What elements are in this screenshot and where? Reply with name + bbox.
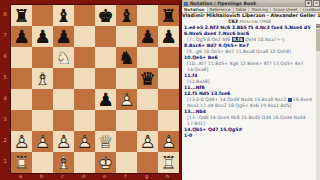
rank-label-5: 5: [1, 67, 9, 88]
white-rook: ♜♖: [158, 152, 179, 173]
board-frame: ♜♝♚♝♜♟♟♟♟♟♞♘♞♝♗♛♟♟♙♟♙♟♙♟♙♟♙♛♕♟♙♟♙♜♖♝♗♚♔♜…: [0, 0, 181, 180]
square-d8[interactable]: [74, 5, 95, 26]
square-b5[interactable]: ♝♗: [32, 68, 53, 89]
file-label-h: h: [157, 173, 178, 180]
square-f1[interactable]: [116, 152, 137, 173]
square-c8[interactable]: ♝: [53, 5, 74, 26]
move-list[interactable]: 1.e4 e5 2.Nf3 Nc6 3.Bb5 f5 4.Nc3 fxe4 5.…: [184, 25, 314, 139]
square-c5[interactable]: [53, 68, 74, 89]
main-moves[interactable]: 12.f5 Nd5 13.fxe6: [184, 91, 230, 96]
file-label-f: f: [115, 173, 136, 180]
black-knight: ♞: [116, 47, 137, 68]
square-b1[interactable]: [32, 152, 53, 173]
square-a5[interactable]: [11, 68, 32, 89]
variation-line: [13.0-0 Qd4+ 14.Qxd4 Nxd4 15.Bxa8 Nxc2 1…: [184, 97, 314, 109]
tab-score-sheet[interactable]: Score sheet: [271, 7, 301, 12]
square-h5[interactable]: [158, 68, 179, 89]
tab-training[interactable]: Training: [249, 7, 271, 12]
square-c1[interactable]: ♝♗: [53, 152, 74, 173]
square-a3[interactable]: [11, 110, 32, 131]
black-pawn: ♟: [95, 89, 116, 110]
square-b4[interactable]: [32, 89, 53, 110]
square-d7[interactable]: [74, 26, 95, 47]
rank-label-3: 3: [1, 109, 9, 130]
game-header: Vladimir Mikhailovich Liberzon - Alexand…: [182, 13, 317, 24]
square-c4[interactable]: [53, 89, 74, 110]
white-rook: ♜♖: [11, 152, 32, 173]
square-e4[interactable]: ♟: [95, 89, 116, 110]
square-f2[interactable]: [116, 131, 137, 152]
square-g5[interactable]: ♛: [137, 68, 158, 89]
square-e5[interactable]: [95, 68, 116, 89]
square-d5[interactable]: [74, 68, 95, 89]
square-d2[interactable]: ♟♙: [74, 131, 95, 152]
file-label-g: g: [136, 173, 157, 180]
tab-reference[interactable]: Reference: [208, 7, 234, 12]
main-moves[interactable]: 1-0: [184, 133, 192, 138]
rank-label-2: 2: [1, 130, 9, 151]
square-a6[interactable]: [11, 47, 32, 68]
file-label-c: c: [52, 173, 73, 180]
tab-notation[interactable]: Notation: [182, 7, 208, 12]
black-pawn: ♟: [11, 26, 32, 47]
square-b8[interactable]: [32, 5, 53, 26]
rank-label-4: 4: [1, 88, 9, 109]
pin-icon[interactable]: ▪: [305, 0, 312, 7]
file-label-e: e: [94, 173, 115, 180]
white-bishop: ♝♗: [53, 152, 74, 173]
panel-titlebar[interactable]: Notation / Openings Book ▪ ✕: [182, 0, 320, 7]
file-label-d: d: [73, 173, 94, 180]
square-a2[interactable]: ♟♙: [11, 131, 32, 152]
variation-moves[interactable]: [11.Bxa8]: [187, 79, 210, 84]
square-f8[interactable]: ♝: [116, 5, 137, 26]
game-header-ecoline: C63 Moscow 1968: [182, 19, 317, 24]
result-text: 1-0: [184, 133, 314, 139]
square-d6[interactable]: [74, 47, 95, 68]
square-g6[interactable]: [137, 47, 158, 68]
white-pawn: ♟♙: [137, 131, 158, 152]
file-label-a: a: [10, 173, 31, 180]
rank-label-7: 7: [1, 25, 9, 46]
square-g7[interactable]: ♟: [137, 26, 158, 47]
current-move-highlight[interactable]: 9.f4: [232, 37, 244, 42]
black-pawn: ♟: [137, 26, 158, 47]
square-e6[interactable]: [95, 47, 116, 68]
square-e8[interactable]: ♚: [95, 5, 116, 26]
main-moves[interactable]: 14.Qb5+ Qd7 15.Qg5#: [184, 127, 242, 132]
square-f5[interactable]: [116, 68, 137, 89]
file-label-b: b: [31, 173, 52, 180]
scroll-up-icon[interactable]: ▲: [316, 24, 320, 28]
chessbase-window: ♜♝♚♝♜♟♟♟♟♟♞♘♞♝♗♛♟♟♙♟♙♟♙♟♙♟♙♛♕♟♙♟♙♜♖♝♗♚♔♜…: [0, 0, 320, 180]
square-c6[interactable]: ♞♘: [53, 47, 74, 68]
square-h6[interactable]: [158, 47, 179, 68]
black-rook: ♜: [11, 5, 32, 26]
square-d3[interactable]: [74, 110, 95, 131]
black-pawn: ♟: [53, 26, 74, 47]
square-b3[interactable]: [32, 110, 53, 131]
black-king: ♚: [95, 5, 116, 26]
square-g1[interactable]: [137, 152, 158, 173]
black-pawn: ♟: [32, 26, 53, 47]
square-f7[interactable]: [116, 26, 137, 47]
variation-moves[interactable]: [13.0-0 Qd4+ 14.Qxd4 Nxd4 15.Bxa8 Nxc2: [187, 97, 288, 102]
close-icon[interactable]: ✕: [313, 0, 320, 7]
square-g4[interactable]: [137, 89, 158, 110]
notation-panel: Notation / Openings Book ▪ ✕ NotationRef…: [181, 0, 320, 180]
variation-line: [13...Qd6 14.Qxe4 Rb8 15.Bxd5 Qd4 16.Qxd…: [184, 115, 314, 127]
white-pawn: ♟♙: [11, 131, 32, 152]
square-b2[interactable]: ♟♙: [32, 131, 53, 152]
square-c7[interactable]: ♟: [53, 26, 74, 47]
tab-livebook[interactable]: LiveBook: [301, 7, 320, 12]
square-d4[interactable]: [74, 89, 95, 110]
variation-moves[interactable]: [13...Qd6 14.Qxe4 Rb8 15.Bxd5 Qd4 16.Qxd…: [187, 115, 305, 126]
black-bishop: ♝: [116, 5, 137, 26]
white-pawn: ♟♙: [74, 131, 95, 152]
main-moves[interactable]: 11...Nf6: [184, 85, 205, 90]
square-b7[interactable]: ♟: [32, 26, 53, 47]
square-b6[interactable]: [32, 47, 53, 68]
square-f4[interactable]: ♟♙: [116, 89, 137, 110]
square-g8[interactable]: [137, 5, 158, 26]
eco-code: C63: [228, 19, 238, 24]
main-moves[interactable]: 13...Nb4: [184, 109, 206, 114]
variation-line: [10...Kf7 11.Bd5+ Kg6 12.Bxe4+ Kf7 13.Qd…: [184, 61, 314, 73]
white-pawn: ♟♙: [116, 89, 137, 110]
square-h8[interactable]: ♜: [158, 5, 179, 26]
square-f6[interactable]: ♞: [116, 47, 137, 68]
tab-table[interactable]: Table: [234, 7, 250, 12]
square-d1[interactable]: [74, 152, 95, 173]
square-h2[interactable]: ♟♙: [158, 131, 179, 152]
main-moves[interactable]: 11.f4: [184, 73, 197, 78]
square-a7[interactable]: ♟: [11, 26, 32, 47]
variation-moves[interactable]: [10...Kf7 11.Bd5+ Kg6 12.Bxe4+ Kf7 13.Qd…: [187, 61, 304, 72]
black-queen: ♛: [137, 68, 158, 89]
square-e3[interactable]: [95, 110, 116, 131]
main-move-line: 1.e4 e5 2.Nf3 Nc6 3.Bb5 f5 4.Nc3 fxe4 5.…: [184, 25, 314, 37]
white-bishop: ♝♗: [32, 68, 53, 89]
white-queen: ♛♕: [95, 131, 116, 152]
rank-label-1: 1: [1, 151, 9, 172]
event-name: Moscow 1968: [239, 19, 270, 24]
panel-icon: [184, 2, 188, 6]
variation-moves[interactable]: [9...g6 10.Qe5+ Be7 11.Bxa8 Qxa8 12.Qxh8…: [187, 49, 291, 54]
square-h4[interactable]: [158, 89, 179, 110]
white-king: ♚♔: [95, 152, 116, 173]
square-c3[interactable]: [53, 110, 74, 131]
main-moves[interactable]: 8.Bxc6+ Bd7 9.Qh5+ Ke7: [184, 43, 249, 48]
square-e1[interactable]: ♚♔: [95, 152, 116, 173]
scrollbar[interactable]: ▲: [316, 24, 320, 180]
white-pawn: ♟♙: [53, 131, 74, 152]
square-a1[interactable]: ♜♖: [11, 152, 32, 173]
variation-moves[interactable]: [7...Qg5 8.Qe2 Nf6: [187, 37, 232, 42]
main-moves[interactable]: 1.e4 e5 2.Nf3 Nc6 3.Bb5 f5 4.Nc3 fxe4 5.…: [184, 25, 310, 36]
chess-board[interactable]: ♜♝♚♝♜♟♟♟♟♟♞♘♞♝♗♛♟♟♙♟♙♟♙♟♙♟♙♛♕♟♙♟♙♜♖♝♗♚♔♜…: [10, 4, 180, 174]
square-a4[interactable]: [11, 89, 32, 110]
panel-title: Notation / Openings Book: [190, 1, 305, 6]
square-e2[interactable]: ♛♕: [95, 131, 116, 152]
square-f3[interactable]: [116, 110, 137, 131]
square-h1[interactable]: ♜♖: [158, 152, 179, 173]
white-knight: ♞♘: [53, 47, 74, 68]
square-h3[interactable]: [158, 110, 179, 131]
square-c2[interactable]: ♟♙: [53, 131, 74, 152]
black-bishop: ♝: [53, 5, 74, 26]
scrollbar-thumb[interactable]: [316, 29, 320, 51]
black-rook: ♜: [158, 5, 179, 26]
rank-label-8: 8: [1, 4, 9, 25]
white-pawn: ♟♙: [32, 131, 53, 152]
square-e7[interactable]: [95, 26, 116, 47]
square-a8[interactable]: ♜: [11, 5, 32, 26]
rank-label-6: 6: [1, 46, 9, 67]
square-h7[interactable]: ♟: [158, 26, 179, 47]
main-moves[interactable]: 10.Qe5+ Be6: [184, 55, 218, 60]
square-g2[interactable]: ♟♙: [137, 131, 158, 152]
white-pawn: ♟♙: [158, 131, 179, 152]
black-pawn: ♟: [158, 26, 179, 47]
square-g3[interactable]: [137, 110, 158, 131]
variation-moves[interactable]: Qxf4 10.Nxa7+-]: [244, 37, 284, 42]
